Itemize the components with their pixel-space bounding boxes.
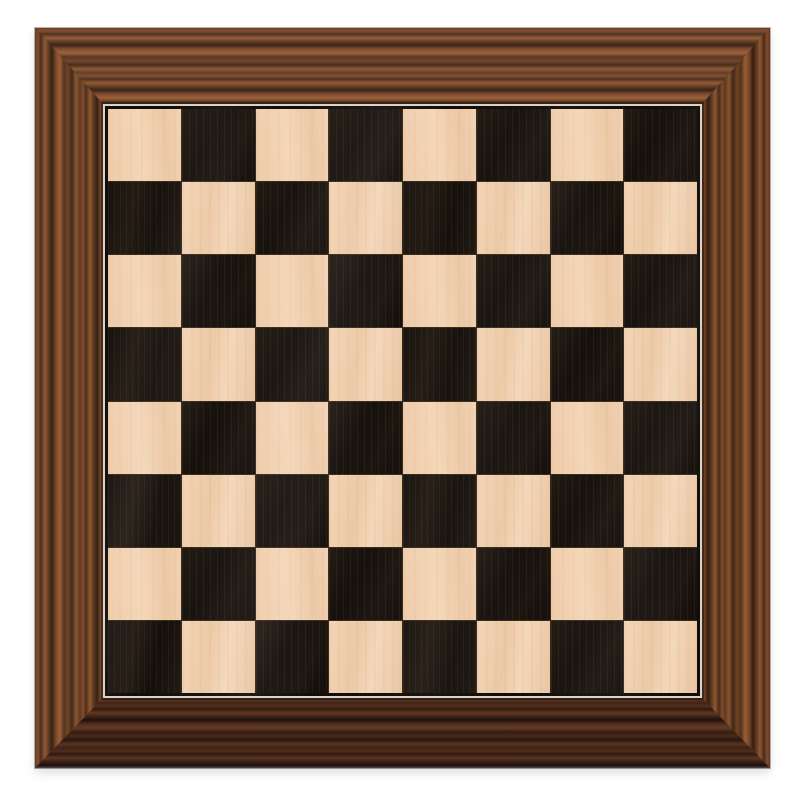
square-g1[interactable] <box>551 621 624 693</box>
square-c3[interactable] <box>256 475 329 547</box>
square-f7[interactable] <box>477 182 550 254</box>
square-h5[interactable] <box>624 328 697 400</box>
square-d1[interactable] <box>329 621 402 693</box>
square-a2[interactable] <box>108 548 181 620</box>
square-f1[interactable] <box>477 621 550 693</box>
square-g6[interactable] <box>551 255 624 327</box>
square-c6[interactable] <box>256 255 329 327</box>
square-d7[interactable] <box>329 182 402 254</box>
square-g8[interactable] <box>551 109 624 181</box>
square-c1[interactable] <box>256 621 329 693</box>
square-h7[interactable] <box>624 182 697 254</box>
square-g2[interactable] <box>551 548 624 620</box>
square-e4[interactable] <box>403 402 476 474</box>
square-c5[interactable] <box>256 328 329 400</box>
square-e8[interactable] <box>403 109 476 181</box>
square-g7[interactable] <box>551 182 624 254</box>
square-f5[interactable] <box>477 328 550 400</box>
square-b8[interactable] <box>182 109 255 181</box>
square-d2[interactable] <box>329 548 402 620</box>
square-g4[interactable] <box>551 402 624 474</box>
square-c2[interactable] <box>256 548 329 620</box>
square-b4[interactable] <box>182 402 255 474</box>
square-a6[interactable] <box>108 255 181 327</box>
square-d5[interactable] <box>329 328 402 400</box>
frame-bottom-edge-reflection <box>35 766 770 769</box>
square-d8[interactable] <box>329 109 402 181</box>
board-inner-border <box>105 106 700 696</box>
square-g3[interactable] <box>551 475 624 547</box>
square-h8[interactable] <box>624 109 697 181</box>
square-e2[interactable] <box>403 548 476 620</box>
square-b3[interactable] <box>182 475 255 547</box>
square-e3[interactable] <box>403 475 476 547</box>
square-h1[interactable] <box>624 621 697 693</box>
square-h4[interactable] <box>624 402 697 474</box>
square-f4[interactable] <box>477 402 550 474</box>
square-d4[interactable] <box>329 402 402 474</box>
square-e1[interactable] <box>403 621 476 693</box>
square-c7[interactable] <box>256 182 329 254</box>
square-c8[interactable] <box>256 109 329 181</box>
square-f8[interactable] <box>477 109 550 181</box>
square-a5[interactable] <box>108 328 181 400</box>
square-d6[interactable] <box>329 255 402 327</box>
square-d3[interactable] <box>329 475 402 547</box>
chess-board <box>35 28 770 768</box>
square-a4[interactable] <box>108 402 181 474</box>
square-a3[interactable] <box>108 475 181 547</box>
square-g5[interactable] <box>551 328 624 400</box>
square-a7[interactable] <box>108 182 181 254</box>
square-e5[interactable] <box>403 328 476 400</box>
square-b5[interactable] <box>182 328 255 400</box>
square-f3[interactable] <box>477 475 550 547</box>
square-c4[interactable] <box>256 402 329 474</box>
square-a1[interactable] <box>108 621 181 693</box>
square-h6[interactable] <box>624 255 697 327</box>
square-b1[interactable] <box>182 621 255 693</box>
square-f6[interactable] <box>477 255 550 327</box>
square-h2[interactable] <box>624 548 697 620</box>
square-e6[interactable] <box>403 255 476 327</box>
square-f2[interactable] <box>477 548 550 620</box>
square-a8[interactable] <box>108 109 181 181</box>
board-fillet-line <box>103 104 702 698</box>
square-b7[interactable] <box>182 182 255 254</box>
photo-background <box>0 0 805 800</box>
board-grid <box>108 109 697 693</box>
square-b2[interactable] <box>182 548 255 620</box>
square-e7[interactable] <box>403 182 476 254</box>
square-b6[interactable] <box>182 255 255 327</box>
square-h3[interactable] <box>624 475 697 547</box>
